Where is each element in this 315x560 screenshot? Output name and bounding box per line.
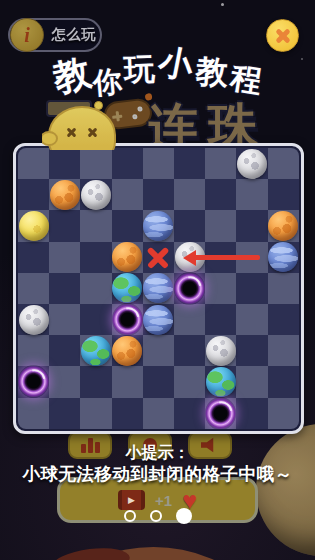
cell-r8-c5: [174, 398, 205, 429]
tip-text: 小球无法移动到封闭的格子中哦～: [0, 462, 315, 486]
cell-r8-c7: [236, 398, 267, 429]
cell-r1-c5: [174, 179, 205, 210]
cell-r7-c0: [18, 366, 49, 397]
piece-blue-planet: [143, 273, 173, 303]
cell-r1-c0: [18, 179, 49, 210]
blocked-x-marker: [145, 244, 171, 270]
blocked-move-arrow: [183, 250, 261, 266]
cell-r6-c8: [268, 335, 299, 366]
cell-r6-c2: [80, 335, 111, 366]
cell-r5-c8: [268, 304, 299, 335]
background-planet-decoration: [6, 547, 301, 560]
cell-r4-c5: [174, 273, 205, 304]
cell-r0-c0: [18, 148, 49, 179]
cell-r7-c2: [80, 366, 111, 397]
cell-r5-c1: [49, 304, 80, 335]
tutorial-title: 教你玩小教程: [0, 44, 315, 94]
piece-earth: [206, 367, 236, 397]
cell-r1-c2: [80, 179, 111, 210]
arrow-head: [183, 250, 196, 266]
cell-r5-c4: [143, 304, 174, 335]
cell-r2-c7: [236, 210, 267, 241]
cell-r4-c6: [205, 273, 236, 304]
piece-black-hole: [112, 303, 143, 336]
cell-r5-c7: [236, 304, 267, 335]
cell-r4-c8: [268, 273, 299, 304]
piece-moon: [19, 305, 49, 335]
cell-r0-c8: [268, 148, 299, 179]
board-grid: [18, 148, 299, 429]
piece-earth: [81, 336, 111, 366]
cell-r4-c1: [49, 273, 80, 304]
pagination-dot-2[interactable]: [176, 508, 192, 524]
cell-r4-c7: [236, 273, 267, 304]
cell-r6-c0: [18, 335, 49, 366]
cell-r4-c2: [80, 273, 111, 304]
cell-r7-c5: [174, 366, 205, 397]
piece-moon: [81, 180, 111, 210]
cell-r6-c3: [112, 335, 143, 366]
cell-r3-c2: [80, 242, 111, 273]
piece-yellow-planet: [19, 211, 49, 241]
tip-label: 小提示：: [0, 443, 315, 464]
piece-orange-planet: [268, 211, 298, 241]
cell-r4-c4: [143, 273, 174, 304]
cell-r5-c5: [174, 304, 205, 335]
cell-r8-c6: [205, 398, 236, 429]
cell-r3-c4: [143, 242, 174, 273]
cell-r5-c2: [80, 304, 111, 335]
cell-r4-c3: [112, 273, 143, 304]
cell-r6-c7: [236, 335, 267, 366]
cell-r8-c8: [268, 398, 299, 429]
cell-r0-c3: [112, 148, 143, 179]
cell-r5-c0: [18, 304, 49, 335]
piece-orange-planet: [112, 336, 142, 366]
chick-mascot: [42, 101, 122, 150]
plus-one-label: +1: [155, 492, 172, 509]
pagination-dot-1[interactable]: [150, 510, 162, 522]
cell-r1-c7: [236, 179, 267, 210]
piece-black-hole: [174, 272, 205, 305]
cell-r7-c3: [112, 366, 143, 397]
game-board: [13, 143, 304, 434]
chick-x-eye: [66, 127, 77, 138]
cell-r7-c6: [205, 366, 236, 397]
cell-r2-c0: [18, 210, 49, 241]
cell-r8-c4: [143, 398, 174, 429]
cell-r1-c3: [112, 179, 143, 210]
cell-r0-c6: [205, 148, 236, 179]
pagination-dot-0[interactable]: [124, 510, 136, 522]
cell-r2-c2: [80, 210, 111, 241]
cell-r1-c4: [143, 179, 174, 210]
cell-r3-c3: [112, 242, 143, 273]
cell-r1-c1: [49, 179, 80, 210]
cell-r8-c3: [112, 398, 143, 429]
how-to-play-label: 怎么玩: [48, 26, 100, 44]
cell-r6-c4: [143, 335, 174, 366]
piece-moon: [237, 149, 267, 179]
cell-r8-c2: [80, 398, 111, 429]
cell-r2-c1: [49, 210, 80, 241]
heart-icon: ♥: [182, 490, 197, 510]
piece-earth: [112, 273, 142, 303]
cell-r0-c2: [80, 148, 111, 179]
cell-r2-c4: [143, 210, 174, 241]
cell-r4-c0: [18, 273, 49, 304]
cell-r2-c3: [112, 210, 143, 241]
close-icon: [273, 26, 292, 45]
cell-r2-c6: [205, 210, 236, 241]
chick-x-eye: [87, 127, 98, 138]
piece-blue-planet: [268, 242, 298, 272]
cell-r7-c1: [49, 366, 80, 397]
cell-r3-c1: [49, 242, 80, 273]
piece-black-hole: [205, 397, 236, 429]
piece-orange-planet: [50, 180, 80, 210]
cell-r6-c1: [49, 335, 80, 366]
cell-r1-c6: [205, 179, 236, 210]
cell-r7-c8: [268, 366, 299, 397]
piece-moon: [206, 336, 236, 366]
cell-r0-c4: [143, 148, 174, 179]
cell-r0-c7: [236, 148, 267, 179]
cell-r5-c6: [205, 304, 236, 335]
cell-r7-c7: [236, 366, 267, 397]
chick-body: [48, 106, 116, 150]
cell-r1-c8: [268, 179, 299, 210]
cell-r2-c8: [268, 210, 299, 241]
close-button[interactable]: [266, 19, 299, 52]
cell-r8-c0: [18, 398, 49, 429]
piece-orange-planet: [112, 242, 142, 272]
cell-r3-c0: [18, 242, 49, 273]
cell-r0-c1: [49, 148, 80, 179]
cell-r6-c6: [205, 335, 236, 366]
video-play-icon: ▶: [118, 490, 145, 510]
cell-r2-c5: [174, 210, 205, 241]
piece-blue-planet: [143, 305, 173, 335]
cell-r7-c4: [143, 366, 174, 397]
cell-r5-c3: [112, 304, 143, 335]
cell-r8-c1: [49, 398, 80, 429]
pagination-dots: [0, 508, 315, 524]
background-rock-decoration: [51, 544, 132, 560]
piece-blue-planet: [143, 211, 173, 241]
cell-r3-c8: [268, 242, 299, 273]
cell-r0-c5: [174, 148, 205, 179]
cell-r6-c5: [174, 335, 205, 366]
piece-black-hole: [18, 365, 49, 398]
